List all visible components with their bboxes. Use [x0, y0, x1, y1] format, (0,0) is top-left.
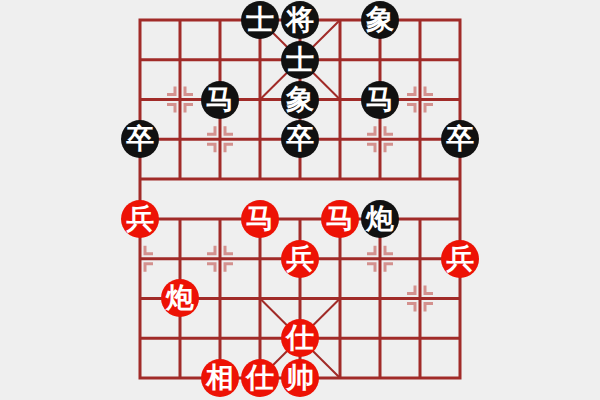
piece-black-cannon[interactable]: 炮 [361, 200, 399, 238]
xiangqi-board: 士将象士马象马卒卒卒兵马马炮兵兵炮仕相仕帅 [0, 0, 600, 400]
piece-red-horse[interactable]: 马 [321, 200, 359, 238]
piece-red-soldier[interactable]: 兵 [281, 240, 319, 278]
piece-red-horse[interactable]: 马 [241, 200, 279, 238]
piece-black-horse[interactable]: 马 [201, 81, 239, 119]
piece-black-elephant[interactable]: 象 [361, 1, 399, 39]
piece-black-advisor[interactable]: 士 [281, 41, 319, 79]
piece-black-soldier[interactable]: 卒 [121, 120, 159, 158]
piece-black-elephant[interactable]: 象 [281, 81, 319, 119]
piece-black-soldier[interactable]: 卒 [281, 120, 319, 158]
piece-black-advisor[interactable]: 士 [241, 1, 279, 39]
piece-black-general[interactable]: 将 [281, 1, 319, 39]
piece-red-soldier[interactable]: 兵 [121, 200, 159, 238]
piece-red-elephant[interactable]: 相 [201, 359, 239, 397]
piece-black-soldier[interactable]: 卒 [441, 120, 479, 158]
piece-red-general[interactable]: 帅 [281, 359, 319, 397]
piece-red-advisor[interactable]: 仕 [241, 359, 279, 397]
piece-red-cannon[interactable]: 炮 [161, 279, 199, 317]
piece-red-soldier[interactable]: 兵 [441, 240, 479, 278]
piece-red-advisor[interactable]: 仕 [281, 319, 319, 357]
piece-black-horse[interactable]: 马 [361, 81, 399, 119]
